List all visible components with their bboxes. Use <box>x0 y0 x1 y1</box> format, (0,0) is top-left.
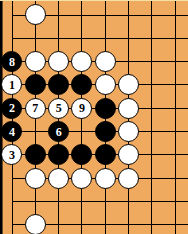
white-stone <box>95 168 116 189</box>
intersection-c5r3[interactable] <box>94 50 117 73</box>
intersection-c6r7[interactable] <box>117 143 140 166</box>
white-stone <box>25 51 46 72</box>
intersection-c2r1[interactable] <box>24 3 47 26</box>
intersection-c2r5[interactable]: 7 <box>24 97 47 120</box>
board-grid: 812759463 <box>0 3 187 234</box>
white-stone <box>48 168 69 189</box>
black-stone <box>48 74 69 95</box>
black-stone <box>71 74 92 95</box>
intersection-c1r2[interactable] <box>0 27 23 50</box>
intersection-c4r7[interactable] <box>70 143 93 166</box>
intersection-c6r1[interactable] <box>117 3 140 26</box>
intersection-c7r6[interactable] <box>140 120 163 143</box>
intersection-c8r7[interactable] <box>164 143 187 166</box>
intersection-c7r9[interactable] <box>140 190 163 213</box>
intersection-c5r1[interactable] <box>94 3 117 26</box>
intersection-c6r9[interactable] <box>117 190 140 213</box>
intersection-c8r4[interactable] <box>164 73 187 96</box>
intersection-c5r7[interactable] <box>94 143 117 166</box>
intersection-c2r4[interactable] <box>24 73 47 96</box>
white-stone: 9 <box>71 98 92 119</box>
intersection-c6r10[interactable] <box>117 213 140 234</box>
intersection-c1r8[interactable] <box>0 167 23 190</box>
intersection-c2r8[interactable] <box>24 167 47 190</box>
black-stone <box>25 74 46 95</box>
intersection-c3r10[interactable] <box>47 213 70 234</box>
intersection-c4r3[interactable] <box>70 50 93 73</box>
white-stone <box>95 51 116 72</box>
intersection-c3r3[interactable] <box>47 50 70 73</box>
white-stone <box>118 168 139 189</box>
intersection-c1r6[interactable]: 4 <box>0 120 23 143</box>
intersection-c4r6[interactable] <box>70 120 93 143</box>
intersection-c8r9[interactable] <box>164 190 187 213</box>
white-stone: 1 <box>1 74 22 95</box>
intersection-c1r1[interactable] <box>0 3 23 26</box>
white-stone <box>25 4 46 25</box>
image-top-hairline <box>0 0 188 1</box>
move-number: 9 <box>79 102 85 114</box>
intersection-c8r2[interactable] <box>164 27 187 50</box>
intersection-c4r9[interactable] <box>70 190 93 213</box>
white-stone <box>25 168 46 189</box>
intersection-c6r2[interactable] <box>117 27 140 50</box>
intersection-c7r2[interactable] <box>140 27 163 50</box>
intersection-c5r5[interactable] <box>94 97 117 120</box>
intersection-c6r8[interactable] <box>117 167 140 190</box>
intersection-c1r3[interactable]: 8 <box>0 50 23 73</box>
intersection-c3r9[interactable] <box>47 190 70 213</box>
intersection-c5r4[interactable] <box>94 73 117 96</box>
intersection-c7r5[interactable] <box>140 97 163 120</box>
intersection-c8r3[interactable] <box>164 50 187 73</box>
intersection-c7r1[interactable] <box>140 3 163 26</box>
black-stone: 8 <box>1 51 22 72</box>
intersection-c3r7[interactable] <box>47 143 70 166</box>
intersection-c6r5[interactable] <box>117 97 140 120</box>
intersection-c8r6[interactable] <box>164 120 187 143</box>
white-stone: 7 <box>25 98 46 119</box>
intersection-c2r6[interactable] <box>24 120 47 143</box>
black-stone <box>95 121 116 142</box>
intersection-c3r4[interactable] <box>47 73 70 96</box>
move-number: 2 <box>9 102 15 114</box>
intersection-c7r8[interactable] <box>140 167 163 190</box>
go-board: 812759463 <box>0 0 188 234</box>
white-stone <box>118 121 139 142</box>
intersection-c1r7[interactable]: 3 <box>0 143 23 166</box>
white-stone <box>71 51 92 72</box>
black-stone <box>95 98 116 119</box>
white-stone <box>71 168 92 189</box>
move-number: 1 <box>9 78 15 90</box>
intersection-c8r5[interactable] <box>164 97 187 120</box>
intersection-c2r7[interactable] <box>24 143 47 166</box>
move-number: 4 <box>9 125 15 137</box>
intersection-c3r6[interactable]: 6 <box>47 120 70 143</box>
black-stone: 4 <box>1 121 22 142</box>
intersection-c8r10[interactable] <box>164 213 187 234</box>
intersection-c5r9[interactable] <box>94 190 117 213</box>
intersection-c4r1[interactable] <box>70 3 93 26</box>
white-stone <box>25 214 46 234</box>
white-stone <box>48 51 69 72</box>
intersection-c6r4[interactable] <box>117 73 140 96</box>
intersection-c6r3[interactable] <box>117 50 140 73</box>
white-stone <box>118 98 139 119</box>
black-stone <box>71 144 92 165</box>
intersection-c4r10[interactable] <box>70 213 93 234</box>
intersection-c5r10[interactable] <box>94 213 117 234</box>
intersection-c5r2[interactable] <box>94 27 117 50</box>
intersection-c8r1[interactable] <box>164 3 187 26</box>
white-stone <box>118 74 139 95</box>
move-number: 6 <box>56 125 62 137</box>
intersection-c8r8[interactable] <box>164 167 187 190</box>
intersection-c1r4[interactable]: 1 <box>0 73 23 96</box>
intersection-c2r10[interactable] <box>24 213 47 234</box>
intersection-c4r2[interactable] <box>70 27 93 50</box>
intersection-c3r5[interactable]: 5 <box>47 97 70 120</box>
move-number: 7 <box>32 102 38 114</box>
black-stone: 6 <box>48 121 69 142</box>
intersection-c3r1[interactable] <box>47 3 70 26</box>
intersection-c7r4[interactable] <box>140 73 163 96</box>
black-stone: 2 <box>1 98 22 119</box>
move-number: 3 <box>9 148 15 160</box>
intersection-c6r6[interactable] <box>117 120 140 143</box>
intersection-c1r10[interactable] <box>0 213 23 234</box>
move-number: 5 <box>56 102 62 114</box>
white-stone <box>95 74 116 95</box>
black-stone <box>48 144 69 165</box>
intersection-c2r3[interactable] <box>24 50 47 73</box>
intersection-c2r2[interactable] <box>24 27 47 50</box>
black-stone <box>95 144 116 165</box>
intersection-c5r8[interactable] <box>94 167 117 190</box>
intersection-c3r8[interactable] <box>47 167 70 190</box>
intersection-c4r5[interactable]: 9 <box>70 97 93 120</box>
white-stone: 5 <box>48 98 69 119</box>
move-number: 8 <box>9 55 15 67</box>
intersection-c5r6[interactable] <box>94 120 117 143</box>
white-stone <box>118 144 139 165</box>
intersection-c4r4[interactable] <box>70 73 93 96</box>
intersection-c3r2[interactable] <box>47 27 70 50</box>
white-stone: 3 <box>1 144 22 165</box>
intersection-c1r9[interactable] <box>0 190 23 213</box>
intersection-c4r8[interactable] <box>70 167 93 190</box>
black-stone <box>25 144 46 165</box>
intersection-c7r10[interactable] <box>140 213 163 234</box>
intersection-c1r5[interactable]: 2 <box>0 97 23 120</box>
intersection-c7r3[interactable] <box>140 50 163 73</box>
intersection-c2r9[interactable] <box>24 190 47 213</box>
intersection-c7r7[interactable] <box>140 143 163 166</box>
